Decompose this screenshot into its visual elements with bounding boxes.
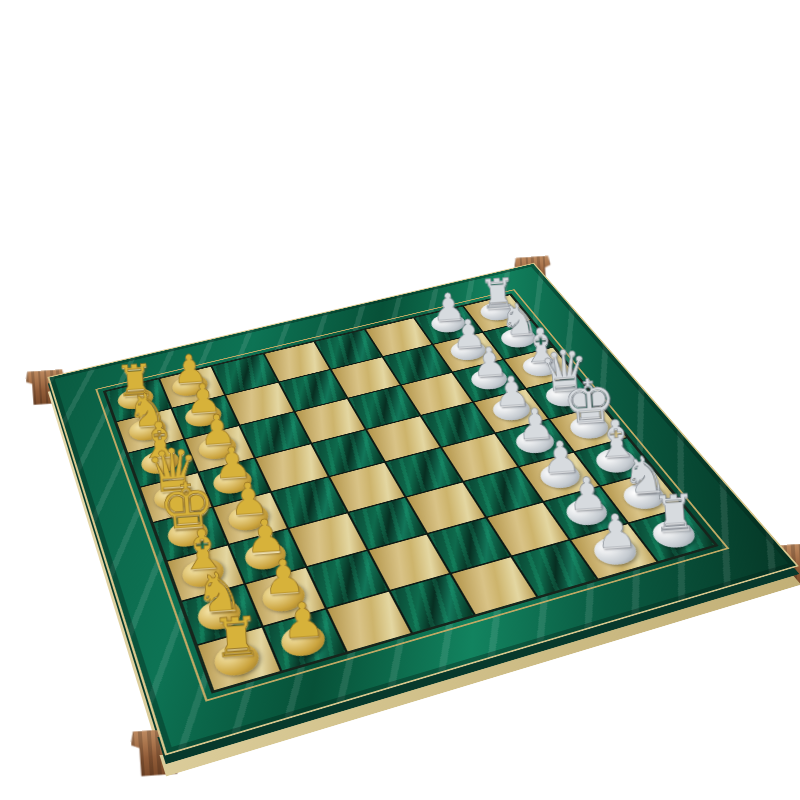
piece-base-f2 [241, 538, 291, 574]
product-photo-scene: ♜♞♝♛♚♝♞♜♟♟♟♟♟♟♟♟♟♟♟♟♟♟♟♟♜♞♝♛♚♝♞♜ [0, 0, 800, 800]
piece-base-h1 [210, 639, 264, 681]
piece-base-h7 [587, 533, 643, 569]
piece-base-f7 [534, 460, 586, 492]
piece-base-g7 [560, 495, 614, 529]
piece-base-g1 [194, 595, 246, 634]
piece-base-g2 [258, 578, 310, 616]
piece-base-e1 [164, 517, 212, 551]
piece-base-f1 [178, 555, 228, 592]
piece-base-h2 [276, 620, 330, 661]
piece-base-e2 [224, 501, 272, 535]
piece-base-d1 [151, 481, 197, 513]
piece-base-g8 [617, 480, 671, 513]
piece-base-f8 [590, 445, 642, 476]
chess-board: ♜♞♝♛♚♝♞♜♟♟♟♟♟♟♟♟♟♟♟♟♟♟♟♟♜♞♝♛♚♝♞♜ [47, 263, 799, 756]
piece-base-h8 [646, 517, 702, 552]
